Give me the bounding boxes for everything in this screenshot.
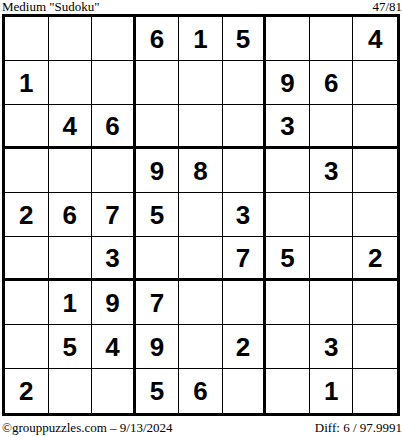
cell-r7c8[interactable] [310,281,354,325]
given-cell-r6c9[interactable]: 2 [353,237,397,281]
cell-r7c1[interactable] [5,281,49,325]
given-cell-r5c4[interactable]: 5 [136,193,180,237]
given-cell-r4c8[interactable]: 3 [310,149,354,193]
cell-r7c5[interactable] [179,281,223,325]
page-footer: ©grouppuzzles.com – 9/13/2024 Diff: 6 / … [0,421,402,434]
given-cell-r2c8[interactable]: 6 [310,61,354,105]
sudoku-page: Medium "Sudoku" 47/81 615419646398326753… [0,0,402,437]
cell-r8c7[interactable] [266,325,310,369]
given-cell-r6c6[interactable]: 7 [223,237,267,281]
cell-r7c7[interactable] [266,281,310,325]
given-cell-r8c4[interactable]: 9 [136,325,180,369]
cell-r2c3[interactable] [92,61,136,105]
given-cell-r5c3[interactable]: 7 [92,193,136,237]
given-cell-r7c4[interactable]: 7 [136,281,180,325]
given-cell-r5c1[interactable]: 2 [5,193,49,237]
cell-r2c2[interactable] [49,61,93,105]
given-cell-r2c7[interactable]: 9 [266,61,310,105]
cell-r4c2[interactable] [49,149,93,193]
cell-r3c8[interactable] [310,105,354,149]
cell-r9c6[interactable] [223,369,267,413]
puzzle-title: Medium "Sudoku" [2,0,100,13]
cell-r1c7[interactable] [266,17,310,61]
cell-r5c5[interactable] [179,193,223,237]
cell-r4c9[interactable] [353,149,397,193]
cell-r5c9[interactable] [353,193,397,237]
given-cell-r3c3[interactable]: 6 [92,105,136,149]
cell-r4c3[interactable] [92,149,136,193]
given-cell-r9c5[interactable]: 6 [179,369,223,413]
empty-cells-counter: 47/81 [372,0,402,13]
cell-r4c1[interactable] [5,149,49,193]
given-cell-r4c4[interactable]: 9 [136,149,180,193]
given-cell-r9c9[interactable] [353,369,397,413]
cell-r4c6[interactable] [223,149,267,193]
cell-r3c6[interactable] [223,105,267,149]
cell-r1c3[interactable] [92,17,136,61]
given-cell-r3c2[interactable]: 4 [49,105,93,149]
cell-r6c1[interactable] [5,237,49,281]
given-cell-r1c4[interactable]: 6 [136,17,180,61]
cell-r1c8[interactable] [310,17,354,61]
cell-r6c4[interactable] [136,237,180,281]
cell-r6c8[interactable] [310,237,354,281]
given-cell-r8c6[interactable]: 2 [223,325,267,369]
cell-r2c4[interactable] [136,61,180,105]
cell-r9c3[interactable] [92,369,136,413]
given-cell-r5c2[interactable]: 6 [49,193,93,237]
given-cell-r1c9[interactable]: 4 [353,17,397,61]
cell-r4c7[interactable] [266,149,310,193]
cell-r2c5[interactable] [179,61,223,105]
cell-r3c1[interactable] [5,105,49,149]
cell-r7c6[interactable] [223,281,267,325]
cell-r8c5[interactable] [179,325,223,369]
given-cell-r8c8[interactable]: 3 [310,325,354,369]
given-cell-r6c7[interactable]: 5 [266,237,310,281]
cell-r3c9[interactable] [353,105,397,149]
given-cell-r9c8[interactable]: 1 [310,369,354,413]
cell-r3c5[interactable] [179,105,223,149]
cell-r9c7[interactable] [266,369,310,413]
cell-r7c9[interactable] [353,281,397,325]
given-cell-r3c7[interactable]: 3 [266,105,310,149]
given-cell-r1c5[interactable]: 1 [179,17,223,61]
cell-r9c2[interactable] [49,369,93,413]
cell-r8c9[interactable] [353,325,397,369]
given-cell-r1c6[interactable]: 5 [223,17,267,61]
given-cell-r9c1[interactable]: 2 [5,369,49,413]
given-cell-r7c2[interactable]: 1 [49,281,93,325]
given-cell-r2c1[interactable]: 1 [5,61,49,105]
cell-r1c2[interactable] [49,17,93,61]
cell-r2c6[interactable] [223,61,267,105]
given-cell-r8c3[interactable]: 4 [92,325,136,369]
copyright-text: ©grouppuzzles.com – 9/13/2024 [2,421,173,434]
given-cell-r5c6[interactable]: 3 [223,193,267,237]
given-cell-r6c3[interactable]: 3 [92,237,136,281]
cell-r5c7[interactable] [266,193,310,237]
cell-r6c5[interactable] [179,237,223,281]
given-cell-r7c3[interactable]: 9 [92,281,136,325]
sudoku-board: 6154196463983267533752197549232561 [2,14,400,416]
cell-r3c4[interactable] [136,105,180,149]
cell-r5c8[interactable] [310,193,354,237]
cell-r6c2[interactable] [49,237,93,281]
cell-r2c9[interactable] [353,61,397,105]
difficulty-text: Diff: 6 / 97.9991 [315,421,402,434]
given-cell-r8c2[interactable]: 5 [49,325,93,369]
page-header: Medium "Sudoku" 47/81 [0,0,402,14]
cell-r1c1[interactable] [5,17,49,61]
given-cell-r4c5[interactable]: 8 [179,149,223,193]
cell-r8c1[interactable] [5,325,49,369]
given-cell-r9c4[interactable]: 5 [136,369,180,413]
